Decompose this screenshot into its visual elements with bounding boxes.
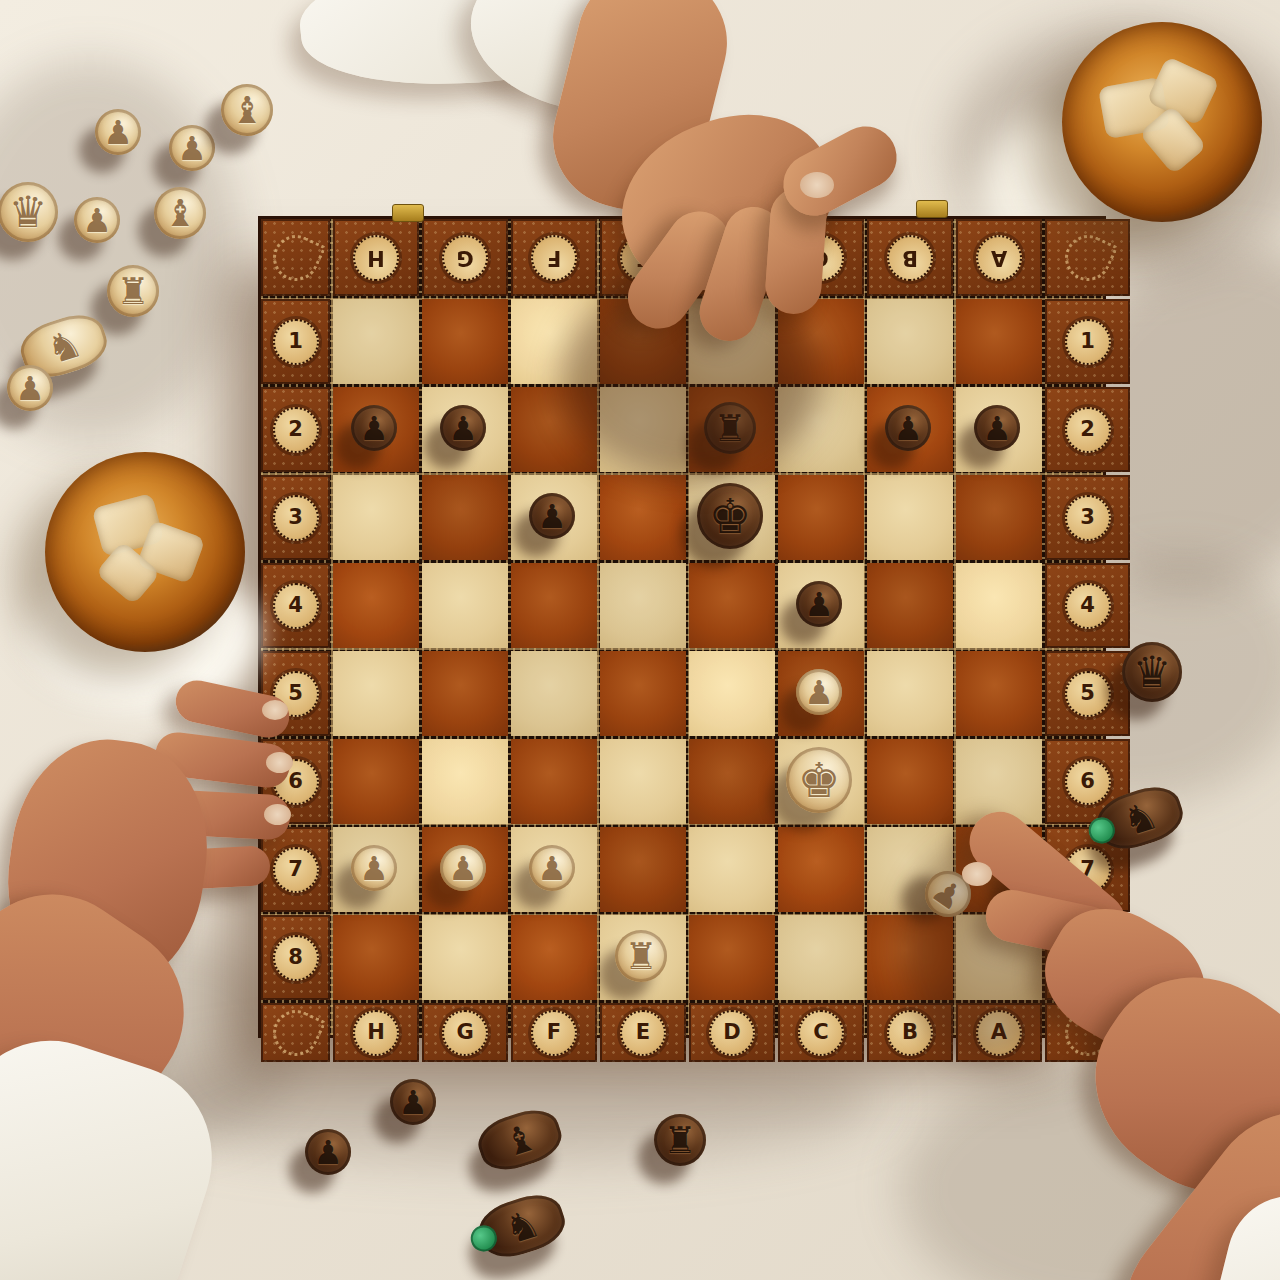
black-p-glyph: ♟: [448, 412, 478, 445]
pieces-layer: ♟♟♜♟♟♟♚♟♟♚♟♟♟♟♟♜: [261, 219, 1103, 1035]
white-p-glyph: ♟: [15, 372, 45, 405]
black-p-glyph: ♟: [537, 500, 567, 533]
captured-piece-bQ[interactable]: ♛: [1122, 642, 1182, 702]
white-p-glyph: ♟: [448, 852, 478, 885]
black-q-glyph: ♛: [1133, 651, 1172, 694]
captured-piece-bP[interactable]: ♟: [305, 1129, 351, 1175]
black-p-glyph: ♟: [893, 412, 923, 445]
black-p-glyph: ♟: [804, 588, 834, 621]
captured-piece-bN[interactable]: ♞: [473, 1187, 572, 1265]
white-b-glyph: ♝: [163, 195, 196, 232]
piece-wP-c5[interactable]: ♟: [796, 669, 842, 715]
black-n-glyph: ♞: [499, 1202, 544, 1250]
white-r-glyph: ♜: [624, 938, 657, 975]
black-n-glyph: ♞: [1117, 794, 1162, 842]
piece-bP-g2[interactable]: ♟: [440, 405, 486, 451]
piece-wP-f7[interactable]: ♟: [529, 845, 575, 891]
whiskey-glass-top-right: [1062, 22, 1262, 222]
chess-board: HGFEDCBA1122334455667788HGFEDCBA ♟♟♜♟♟♟♚…: [258, 216, 1106, 1038]
whiskey-glass-left: [45, 452, 245, 652]
black-r-glyph: ♜: [663, 1122, 696, 1159]
white-q-glyph: ♛: [9, 191, 48, 234]
captured-piece-wB[interactable]: ♝: [221, 84, 273, 136]
piece-bK-d3[interactable]: ♚: [697, 483, 763, 549]
green-felt-base: [467, 1222, 500, 1255]
white-b-glyph: ♝: [230, 92, 263, 129]
black-p-glyph: ♟: [359, 412, 389, 445]
black-k-glyph: ♚: [708, 492, 751, 540]
piece-bP-a2[interactable]: ♟: [974, 405, 1020, 451]
captured-piece-wP[interactable]: ♟: [169, 125, 215, 171]
captured-piece-wR[interactable]: ♜: [107, 265, 159, 317]
piece-bP-c4[interactable]: ♟: [796, 581, 842, 627]
white-p-glyph: ♟: [177, 132, 207, 165]
piece-wP-h7[interactable]: ♟: [351, 845, 397, 891]
white-p-glyph: ♟: [359, 852, 389, 885]
black-p-glyph: ♟: [313, 1136, 343, 1169]
white-k-glyph: ♚: [797, 756, 840, 804]
white-r-glyph: ♜: [116, 273, 149, 310]
white-n-glyph: ♞: [41, 322, 86, 370]
black-p-glyph: ♟: [398, 1086, 428, 1119]
white-p-glyph: ♟: [103, 116, 133, 149]
captured-piece-bR[interactable]: ♜: [654, 1114, 706, 1166]
piece-wP-g7[interactable]: ♟: [440, 845, 486, 891]
captured-piece-bP[interactable]: ♟: [390, 1079, 436, 1125]
piece-bP-f3[interactable]: ♟: [529, 493, 575, 539]
brass-hinge: [916, 200, 948, 218]
piece-wK-c6[interactable]: ♚: [786, 747, 852, 813]
scene: HGFEDCBA1122334455667788HGFEDCBA ♟♟♜♟♟♟♚…: [0, 0, 1280, 1280]
captured-piece-wB[interactable]: ♝: [154, 187, 206, 239]
black-r-glyph: ♜: [713, 410, 746, 447]
black-p-glyph: ♟: [982, 412, 1012, 445]
piece-bP-h2[interactable]: ♟: [351, 405, 397, 451]
piece-bP-b2[interactable]: ♟: [885, 405, 931, 451]
captured-piece-wP[interactable]: ♟: [95, 109, 141, 155]
captured-piece-wQ[interactable]: ♛: [0, 182, 58, 242]
piece-wR-e8[interactable]: ♜: [615, 930, 667, 982]
captured-piece-bB[interactable]: ♝: [472, 1102, 567, 1177]
piece-bR-d2[interactable]: ♜: [704, 402, 756, 454]
white-p-glyph: ♟: [82, 204, 112, 237]
thumbnail: [800, 172, 834, 198]
white-p-glyph: ♟: [804, 676, 834, 709]
captured-piece-wP[interactable]: ♟: [7, 365, 53, 411]
white-p-glyph: ♟: [537, 852, 567, 885]
captured-piece-wP[interactable]: ♟: [74, 197, 120, 243]
black-b-glyph: ♝: [499, 1117, 542, 1162]
